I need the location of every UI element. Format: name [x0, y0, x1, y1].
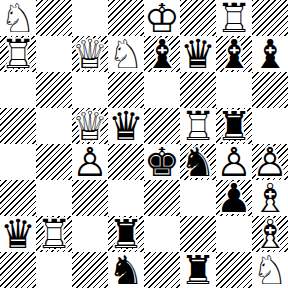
black-rook[interactable]: ♜♜	[180, 252, 216, 288]
square-a6[interactable]	[0, 72, 36, 108]
square-a2[interactable]: ♛♛	[0, 216, 36, 252]
square-c4[interactable]: ♟♙	[72, 144, 108, 180]
piece-glyph: ♞	[108, 252, 144, 288]
black-pawn[interactable]: ♟♟	[216, 180, 252, 216]
black-bishop[interactable]: ♝♝	[252, 36, 288, 72]
white-rook[interactable]: ♜♖	[36, 216, 72, 252]
piece-glyph: ♟	[216, 180, 252, 216]
square-f7[interactable]: ♛♛	[180, 36, 216, 72]
square-b7[interactable]	[36, 36, 72, 72]
white-queen[interactable]: ♛♕	[72, 36, 108, 72]
square-a5[interactable]	[0, 108, 36, 144]
square-h7[interactable]: ♝♝	[252, 36, 288, 72]
piece-glyph: ♝	[144, 36, 180, 72]
piece-glyph: ♝	[252, 36, 288, 72]
square-e2[interactable]	[144, 216, 180, 252]
chess-board: ♞♘♚♔♜♖♜♖♛♕♞♘♝♝♛♛♝♝♝♝♛♕♛♛♜♖♜♜♟♙♚♚♞♞♟♙♟♙♟♟…	[0, 0, 288, 288]
square-c7[interactable]: ♛♕	[72, 36, 108, 72]
square-a1[interactable]	[0, 252, 36, 288]
square-e6[interactable]	[144, 72, 180, 108]
black-bishop[interactable]: ♝♝	[144, 36, 180, 72]
piece-glyph: ♘	[252, 252, 288, 288]
piece-glyph: ♖	[36, 216, 72, 252]
black-queen[interactable]: ♛♛	[0, 216, 36, 252]
white-knight[interactable]: ♞♘	[252, 252, 288, 288]
square-c3[interactable]	[72, 180, 108, 216]
piece-glyph: ♕	[72, 36, 108, 72]
black-bishop[interactable]: ♝♝	[216, 36, 252, 72]
square-b1[interactable]	[36, 252, 72, 288]
square-b4[interactable]	[36, 144, 72, 180]
square-e4[interactable]: ♚♚	[144, 144, 180, 180]
square-g7[interactable]: ♝♝	[216, 36, 252, 72]
square-g2[interactable]	[216, 216, 252, 252]
square-c1[interactable]	[72, 252, 108, 288]
white-knight[interactable]: ♞♘	[108, 36, 144, 72]
black-knight[interactable]: ♞♞	[180, 144, 216, 180]
piece-glyph: ♖	[0, 36, 36, 72]
square-f4[interactable]: ♞♞	[180, 144, 216, 180]
square-g1[interactable]	[216, 252, 252, 288]
square-b2[interactable]: ♜♖	[36, 216, 72, 252]
square-h6[interactable]	[252, 72, 288, 108]
square-c2[interactable]	[72, 216, 108, 252]
piece-glyph: ♞	[180, 144, 216, 180]
black-king[interactable]: ♚♚	[144, 144, 180, 180]
black-queen[interactable]: ♛♛	[108, 108, 144, 144]
square-b6[interactable]	[36, 72, 72, 108]
square-d1[interactable]: ♞♞	[108, 252, 144, 288]
square-g3[interactable]: ♟♟	[216, 180, 252, 216]
square-d4[interactable]	[108, 144, 144, 180]
square-d5[interactable]: ♛♛	[108, 108, 144, 144]
black-queen[interactable]: ♛♛	[180, 36, 216, 72]
black-knight[interactable]: ♞♞	[108, 252, 144, 288]
square-e1[interactable]	[144, 252, 180, 288]
square-a7[interactable]: ♜♖	[0, 36, 36, 72]
square-d7[interactable]: ♞♘	[108, 36, 144, 72]
piece-glyph: ♛	[180, 36, 216, 72]
white-rook[interactable]: ♜♖	[0, 36, 36, 72]
piece-glyph: ♝	[216, 36, 252, 72]
piece-glyph: ♚	[144, 144, 180, 180]
piece-glyph: ♜	[180, 252, 216, 288]
square-f3[interactable]	[180, 180, 216, 216]
white-pawn[interactable]: ♟♙	[72, 144, 108, 180]
piece-glyph: ♛	[108, 108, 144, 144]
square-h1[interactable]: ♞♘	[252, 252, 288, 288]
piece-glyph: ♛	[0, 216, 36, 252]
square-b5[interactable]	[36, 108, 72, 144]
square-b8[interactable]	[36, 0, 72, 36]
piece-glyph: ♙	[72, 144, 108, 180]
piece-glyph: ♘	[108, 36, 144, 72]
square-e3[interactable]	[144, 180, 180, 216]
square-a4[interactable]	[0, 144, 36, 180]
square-f1[interactable]: ♜♜	[180, 252, 216, 288]
square-e7[interactable]: ♝♝	[144, 36, 180, 72]
